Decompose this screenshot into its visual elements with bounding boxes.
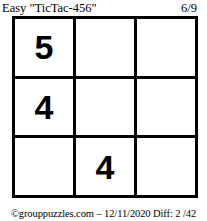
cell-r2c1[interactable]: 4 [15,79,73,136]
cell-r2c2[interactable] [76,79,134,136]
copyright-line: ©grouppuzzles.com – 12/11/2020 Diff: 2 /… [0,208,207,219]
cell-r3c3[interactable] [137,138,195,195]
puzzle-page: Easy "TicTac-456" 6/9 5 4 4 ©grouppuzzle… [0,0,207,221]
tictac-board: 5 4 4 [12,16,198,198]
cell-r2c3[interactable] [137,79,195,136]
cell-r3c2[interactable]: 4 [76,138,134,195]
cell-r1c2[interactable] [76,19,134,76]
cell-r3c1[interactable] [15,138,73,195]
page-indicator: 6/9 [181,1,197,16]
cell-r1c1[interactable]: 5 [15,19,73,76]
puzzle-title: Easy "TicTac-456" [2,1,97,16]
cell-r1c3[interactable] [137,19,195,76]
